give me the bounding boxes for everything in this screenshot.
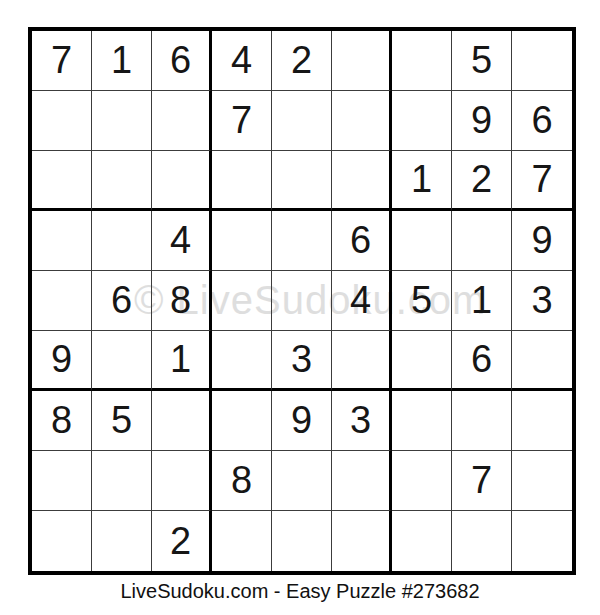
cell-r9c9[interactable]: [512, 511, 572, 571]
cell-r7c3[interactable]: [152, 391, 212, 451]
cell-r8c8[interactable]: 7: [452, 451, 512, 511]
cell-r1c5[interactable]: 2: [272, 31, 332, 91]
cell-r8c5[interactable]: [272, 451, 332, 511]
cell-r8c4[interactable]: 8: [212, 451, 272, 511]
cell-r6c9[interactable]: [512, 331, 572, 391]
cell-r9c2[interactable]: [92, 511, 152, 571]
cell-r5c6[interactable]: 4: [332, 271, 392, 331]
cell-r2c7[interactable]: [392, 91, 452, 151]
cell-r5c8[interactable]: 1: [452, 271, 512, 331]
cell-r1c1[interactable]: 7: [32, 31, 92, 91]
cell-r2c2[interactable]: [92, 91, 152, 151]
cell-r1c8[interactable]: 5: [452, 31, 512, 91]
cell-r6c4[interactable]: [212, 331, 272, 391]
cell-r8c2[interactable]: [92, 451, 152, 511]
cell-r7c4[interactable]: [212, 391, 272, 451]
cell-r4c7[interactable]: [392, 211, 452, 271]
cell-r2c5[interactable]: [272, 91, 332, 151]
cell-r8c7[interactable]: [392, 451, 452, 511]
cell-r4c2[interactable]: [92, 211, 152, 271]
cell-r4c8[interactable]: [452, 211, 512, 271]
cell-r2c9[interactable]: 6: [512, 91, 572, 151]
cell-r3c9[interactable]: 7: [512, 151, 572, 211]
cell-r4c6[interactable]: 6: [332, 211, 392, 271]
cell-r9c5[interactable]: [272, 511, 332, 571]
cell-r3c1[interactable]: [32, 151, 92, 211]
puzzle-caption: LiveSudoku.com - Easy Puzzle #273682: [0, 580, 600, 603]
cell-r2c4[interactable]: 7: [212, 91, 272, 151]
cell-r2c3[interactable]: [152, 91, 212, 151]
cell-r9c4[interactable]: [212, 511, 272, 571]
cell-r3c5[interactable]: [272, 151, 332, 211]
cell-r8c3[interactable]: [152, 451, 212, 511]
cell-r6c5[interactable]: 3: [272, 331, 332, 391]
cell-r7c8[interactable]: [452, 391, 512, 451]
cell-r5c3[interactable]: 8: [152, 271, 212, 331]
cell-r3c2[interactable]: [92, 151, 152, 211]
cell-r5c5[interactable]: [272, 271, 332, 331]
cell-r1c6[interactable]: [332, 31, 392, 91]
cell-r7c9[interactable]: [512, 391, 572, 451]
sudoku-board-area: © LiveSudoku.com 71642579612746968451391…: [28, 27, 576, 575]
cell-r9c8[interactable]: [452, 511, 512, 571]
cell-r5c9[interactable]: 3: [512, 271, 572, 331]
cell-r1c9[interactable]: [512, 31, 572, 91]
cell-r4c5[interactable]: [272, 211, 332, 271]
cell-r5c7[interactable]: 5: [392, 271, 452, 331]
cell-r8c6[interactable]: [332, 451, 392, 511]
cell-r3c8[interactable]: 2: [452, 151, 512, 211]
cell-r5c1[interactable]: [32, 271, 92, 331]
cell-r5c4[interactable]: [212, 271, 272, 331]
sudoku-board: 71642579612746968451391368593872: [28, 27, 576, 575]
cell-r8c9[interactable]: [512, 451, 572, 511]
cell-r3c3[interactable]: [152, 151, 212, 211]
cell-r7c5[interactable]: 9: [272, 391, 332, 451]
cell-r2c1[interactable]: [32, 91, 92, 151]
cell-r3c4[interactable]: [212, 151, 272, 211]
cell-r9c3[interactable]: 2: [152, 511, 212, 571]
cell-r4c3[interactable]: 4: [152, 211, 212, 271]
cell-r1c2[interactable]: 1: [92, 31, 152, 91]
cell-r7c6[interactable]: 3: [332, 391, 392, 451]
cell-r6c7[interactable]: [392, 331, 452, 391]
cell-r1c7[interactable]: [392, 31, 452, 91]
cell-r6c3[interactable]: 1: [152, 331, 212, 391]
cell-r6c6[interactable]: [332, 331, 392, 391]
cell-r4c9[interactable]: 9: [512, 211, 572, 271]
cell-r6c8[interactable]: 6: [452, 331, 512, 391]
cell-r4c4[interactable]: [212, 211, 272, 271]
cell-r4c1[interactable]: [32, 211, 92, 271]
cell-r9c1[interactable]: [32, 511, 92, 571]
cell-r3c6[interactable]: [332, 151, 392, 211]
cell-r2c8[interactable]: 9: [452, 91, 512, 151]
cell-r6c2[interactable]: [92, 331, 152, 391]
cell-r6c1[interactable]: 9: [32, 331, 92, 391]
cell-r8c1[interactable]: [32, 451, 92, 511]
cell-r7c2[interactable]: 5: [92, 391, 152, 451]
cell-r1c3[interactable]: 6: [152, 31, 212, 91]
cell-r7c1[interactable]: 8: [32, 391, 92, 451]
cell-r2c6[interactable]: [332, 91, 392, 151]
cell-r1c4[interactable]: 4: [212, 31, 272, 91]
cell-r9c7[interactable]: [392, 511, 452, 571]
cell-r7c7[interactable]: [392, 391, 452, 451]
cell-r9c6[interactable]: [332, 511, 392, 571]
cell-r3c7[interactable]: 1: [392, 151, 452, 211]
cell-r5c2[interactable]: 6: [92, 271, 152, 331]
